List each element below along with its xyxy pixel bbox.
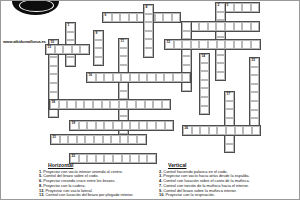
cell[interactable] <box>119 56 128 65</box>
cell[interactable] <box>225 135 234 144</box>
cell[interactable] <box>174 40 183 49</box>
word-18-across: 18 <box>49 99 171 110</box>
cell[interactable] <box>182 56 191 65</box>
cell[interactable] <box>182 31 191 40</box>
cell[interactable] <box>127 100 136 109</box>
cell[interactable] <box>136 100 145 109</box>
cell[interactable] <box>209 126 218 135</box>
word-26-across: 26 <box>182 125 261 136</box>
clue-number-label: 6 <box>105 14 107 18</box>
cell[interactable] <box>199 40 208 49</box>
cell[interactable] <box>243 126 252 135</box>
aikido-club-logo-icon <box>12 0 59 15</box>
cell[interactable] <box>235 126 244 135</box>
cell[interactable] <box>110 100 119 109</box>
cell[interactable] <box>120 13 129 22</box>
cell[interactable] <box>87 121 96 130</box>
cell[interactable] <box>111 135 120 144</box>
horizontal-clues: Horizontal 1. Proyectar con vacío interi… <box>39 162 159 198</box>
cell[interactable] <box>76 100 85 109</box>
cell[interactable] <box>104 73 113 82</box>
cell[interactable]: 23 <box>250 58 259 67</box>
cell[interactable] <box>103 135 112 144</box>
cell[interactable] <box>182 73 191 82</box>
cell[interactable] <box>182 22 191 31</box>
cell[interactable] <box>234 22 243 31</box>
cell[interactable] <box>192 126 201 135</box>
cell[interactable] <box>55 45 64 54</box>
cell[interactable]: 19 <box>70 121 79 130</box>
cell[interactable] <box>96 121 105 130</box>
cell[interactable]: 12 <box>165 40 174 49</box>
cell[interactable] <box>94 135 103 144</box>
cell[interactable] <box>165 121 174 130</box>
cell[interactable] <box>225 40 234 49</box>
cell[interactable]: 16 <box>87 73 96 82</box>
cell[interactable] <box>96 73 105 82</box>
cell[interactable] <box>121 73 130 82</box>
cell[interactable] <box>250 67 259 76</box>
cell[interactable] <box>225 22 234 31</box>
word-12-across: 12 <box>164 39 261 50</box>
cell[interactable] <box>200 63 209 72</box>
cell[interactable] <box>49 57 58 66</box>
cell[interactable] <box>144 14 153 23</box>
logo-ring <box>19 0 54 12</box>
cell[interactable]: 2 <box>216 3 225 12</box>
cell[interactable] <box>120 135 129 144</box>
cell[interactable]: 18 <box>50 100 59 109</box>
cell[interactable] <box>85 135 94 144</box>
clue-number-label: 11 <box>121 40 125 44</box>
clue-number-label: 14 <box>202 55 206 59</box>
horizontal-clues-list: 1. Proyectar con vacío interior uniendo … <box>39 170 159 199</box>
clue-number-label: 16 <box>89 74 93 78</box>
cell[interactable] <box>164 73 173 82</box>
cell[interactable] <box>144 31 153 40</box>
clue-number-label: 13 <box>48 46 52 50</box>
clue-number-label: 17 <box>227 93 231 97</box>
cell[interactable] <box>66 32 75 41</box>
cell[interactable] <box>119 48 128 57</box>
vertical-clues-header: Vertical <box>168 162 297 168</box>
cell[interactable] <box>155 13 164 22</box>
cell[interactable] <box>250 110 259 119</box>
cell[interactable] <box>216 55 225 64</box>
clue-number-label: 26 <box>185 127 189 131</box>
cell[interactable]: 5 <box>225 3 234 12</box>
clue-number-label: 5 <box>227 4 229 8</box>
cell[interactable]: 6 <box>103 13 112 22</box>
cell[interactable] <box>139 73 148 82</box>
cell[interactable] <box>225 144 234 153</box>
cell[interactable] <box>250 92 259 101</box>
cell[interactable] <box>67 100 76 109</box>
cell[interactable] <box>217 126 226 135</box>
word-19-across: 19 <box>69 120 174 131</box>
cell[interactable] <box>191 22 200 31</box>
clue-number-label: 12 <box>167 41 171 45</box>
cell[interactable] <box>251 40 260 49</box>
clue-number-label: 21 <box>53 136 57 140</box>
cell[interactable] <box>119 91 128 100</box>
cell[interactable] <box>72 45 81 54</box>
cell[interactable]: 14 <box>200 54 209 63</box>
cell[interactable] <box>77 135 86 144</box>
cell[interactable] <box>113 73 122 82</box>
cell[interactable]: 21 <box>51 135 60 144</box>
word-4-down: 4 <box>143 4 154 58</box>
cell[interactable] <box>251 3 260 12</box>
cell[interactable] <box>119 100 128 109</box>
cell[interactable] <box>94 40 103 49</box>
clue-number-label: 18 <box>52 101 56 105</box>
cell[interactable] <box>172 13 181 22</box>
word-14-down: 14 <box>199 53 210 115</box>
cell[interactable] <box>147 121 156 130</box>
cell[interactable] <box>216 22 225 31</box>
cell[interactable] <box>49 66 58 75</box>
cell[interactable] <box>84 100 93 109</box>
cell[interactable] <box>242 22 251 31</box>
clue-number-label: 19 <box>72 122 76 126</box>
cell[interactable] <box>153 100 162 109</box>
cell[interactable] <box>112 13 121 22</box>
cell[interactable] <box>59 100 68 109</box>
cell[interactable]: 1 <box>66 23 75 32</box>
cell[interactable] <box>173 73 182 82</box>
cell[interactable] <box>191 40 200 49</box>
cell[interactable] <box>163 13 172 22</box>
cell[interactable] <box>225 101 234 110</box>
cell[interactable] <box>93 100 102 109</box>
cell[interactable] <box>200 71 209 80</box>
cell[interactable] <box>242 3 251 12</box>
cell[interactable] <box>250 75 259 84</box>
cell[interactable] <box>199 22 208 31</box>
cell[interactable] <box>94 48 103 57</box>
cell[interactable] <box>63 45 72 54</box>
cell[interactable] <box>156 73 165 82</box>
cell[interactable] <box>68 135 77 144</box>
clue-number-label: 1 <box>68 24 70 28</box>
cell[interactable] <box>128 135 137 144</box>
cell[interactable] <box>102 100 111 109</box>
cell[interactable] <box>208 40 217 49</box>
cell[interactable] <box>252 126 261 135</box>
word-5-across: 5 <box>224 2 260 13</box>
cell[interactable] <box>216 63 225 72</box>
cell[interactable]: 9 <box>94 31 103 40</box>
clue-line-10: 10. Proyectar con la respiración. <box>159 193 297 198</box>
cell[interactable] <box>80 45 89 54</box>
cell[interactable] <box>137 135 146 144</box>
website-url: www.aikidomallorca.es <box>3 39 46 44</box>
cell[interactable] <box>94 57 103 66</box>
cell[interactable] <box>119 82 128 91</box>
cell[interactable] <box>162 100 171 109</box>
horizontal-clues-header: Horizontal <box>48 162 159 168</box>
cell[interactable] <box>242 40 251 49</box>
cell[interactable] <box>200 106 209 115</box>
cell[interactable] <box>139 121 148 130</box>
cell[interactable] <box>200 80 209 89</box>
cell[interactable]: 13 <box>46 45 55 54</box>
cell[interactable] <box>234 3 243 12</box>
cell[interactable] <box>49 109 58 118</box>
word-6-across: 6 <box>102 12 181 23</box>
cell[interactable]: 4 <box>144 5 153 14</box>
cell[interactable] <box>79 121 88 130</box>
cell[interactable] <box>250 84 259 93</box>
vertical-clues: Vertical 2. Control haciendo palanca en … <box>159 162 297 198</box>
clue-number-label: 2 <box>218 4 220 8</box>
cell[interactable] <box>225 109 234 118</box>
cell[interactable] <box>200 126 209 135</box>
cell[interactable] <box>129 13 138 22</box>
word-21-across: 21 <box>50 134 147 145</box>
cell[interactable] <box>104 121 113 130</box>
cell[interactable]: 17 <box>225 92 234 101</box>
cell[interactable] <box>147 73 156 82</box>
cell[interactable]: 11 <box>119 39 128 48</box>
cell[interactable] <box>216 12 225 21</box>
cell[interactable] <box>250 101 259 110</box>
cell[interactable] <box>144 48 153 57</box>
cell[interactable] <box>208 22 217 31</box>
word-16-across: 16 <box>86 72 191 83</box>
clue-number-label: 22 <box>72 155 76 159</box>
cell[interactable] <box>130 121 139 130</box>
clue-number-label: 23 <box>252 59 256 63</box>
word-13-across: 13 <box>45 44 90 55</box>
cell[interactable] <box>182 40 191 49</box>
cell[interactable] <box>156 121 165 130</box>
cell[interactable] <box>216 72 225 81</box>
cell[interactable] <box>234 40 243 49</box>
cell[interactable] <box>113 121 122 130</box>
clue-line-13: 13. Control con luxación del brazo por p… <box>39 193 159 198</box>
cell[interactable] <box>200 88 209 97</box>
vertical-clues-list: 2. Control haciendo palanca en el codo.3… <box>159 170 297 199</box>
cell[interactable] <box>182 82 191 91</box>
cell[interactable] <box>144 22 153 31</box>
word-8-across: 8 <box>181 21 260 32</box>
cell[interactable] <box>49 83 58 92</box>
clue-number-label: 9 <box>96 32 98 36</box>
cell[interactable] <box>251 22 260 31</box>
cell[interactable] <box>226 126 235 135</box>
cell[interactable] <box>60 135 69 144</box>
crossword-sheet: www.aikidomallorca.es 645281911101213142… <box>0 0 300 200</box>
clue-number-label: 4 <box>146 6 148 10</box>
cell[interactable] <box>66 57 75 66</box>
cell[interactable] <box>49 74 58 83</box>
cell[interactable] <box>130 73 139 82</box>
cell[interactable] <box>217 40 226 49</box>
cell[interactable] <box>144 39 153 48</box>
cell[interactable] <box>122 121 131 130</box>
word-17-down: 17 <box>224 91 235 153</box>
word-9-down: 9 <box>93 30 104 66</box>
cell[interactable]: 26 <box>183 126 192 135</box>
cell[interactable] <box>145 100 154 109</box>
cell[interactable] <box>200 97 209 106</box>
